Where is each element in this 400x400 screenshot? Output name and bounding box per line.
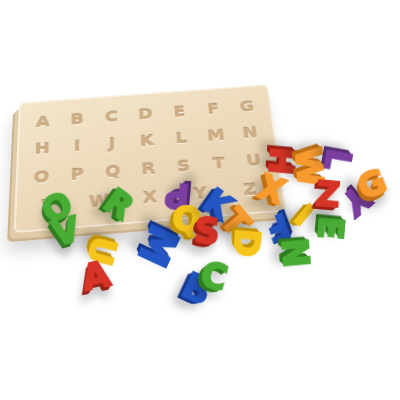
piece-letter-a[interactable]: A	[69, 249, 124, 304]
recess-letter-d[interactable]: D	[133, 104, 158, 125]
recess-letter-n[interactable]: N	[237, 123, 264, 144]
recess-letter-a[interactable]: A	[30, 112, 55, 133]
recess-letter-g[interactable]: G	[234, 97, 260, 117]
recess-letter-l[interactable]: L	[168, 128, 194, 149]
recess-letter-j[interactable]: J	[100, 133, 125, 154]
recess-letter-f[interactable]: F	[200, 99, 226, 119]
recess-letter-t[interactable]: T	[205, 152, 232, 174]
recess-letter-i[interactable]: I	[65, 136, 90, 157]
photo-scene: ABCDEFGHIJKLMNOPQRSTUVWXYZ OVRUAMPQKSTDB…	[0, 0, 400, 400]
recess-letter-b[interactable]: B	[65, 109, 89, 130]
recess-letter-c[interactable]: C	[99, 107, 124, 128]
recess-letter-h[interactable]: H	[29, 138, 54, 160]
recess-letter-m[interactable]: M	[203, 125, 229, 146]
recess-letter-k[interactable]: K	[134, 130, 159, 151]
recess-letter-e[interactable]: E	[167, 102, 192, 122]
